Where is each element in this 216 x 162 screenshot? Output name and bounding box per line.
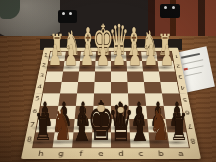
square-a8 xyxy=(167,133,189,148)
square-b2 xyxy=(142,61,159,71)
chess-board: 1122334455667788hgfedcba xyxy=(21,48,201,159)
square-h1 xyxy=(49,52,66,62)
square-a2 xyxy=(158,61,175,71)
square-b7 xyxy=(147,119,167,133)
square-d3 xyxy=(111,71,127,82)
square-h4 xyxy=(43,82,62,93)
square-g2 xyxy=(63,61,80,71)
square-f7 xyxy=(73,119,92,133)
square-h7 xyxy=(36,119,57,133)
square-e3 xyxy=(95,71,111,82)
rank-label-right-7: 7 xyxy=(186,123,194,128)
square-e5 xyxy=(93,93,111,105)
square-c1 xyxy=(126,52,142,62)
square-h6 xyxy=(38,106,58,119)
square-f1 xyxy=(80,52,96,62)
square-e2 xyxy=(95,61,111,71)
square-d7 xyxy=(111,119,130,133)
rank-label-right-3: 3 xyxy=(177,74,183,78)
rank-label-left-1: 1 xyxy=(43,54,49,58)
square-a4 xyxy=(160,82,179,93)
square-d2 xyxy=(111,61,127,71)
square-d5 xyxy=(111,93,129,105)
file-label-f: f xyxy=(71,151,91,158)
file-label-d: d xyxy=(111,151,131,158)
square-c4 xyxy=(127,82,145,93)
square-b8 xyxy=(149,133,170,148)
square-e8 xyxy=(92,133,111,148)
rank-label-left-7: 7 xyxy=(28,123,36,128)
square-d4 xyxy=(111,82,128,93)
rank-label-right-5: 5 xyxy=(181,97,188,102)
square-a1 xyxy=(156,52,173,62)
file-label-g: g xyxy=(50,151,71,158)
fold-seam xyxy=(36,93,186,94)
square-g3 xyxy=(62,71,79,82)
square-h5 xyxy=(41,93,60,105)
square-f5 xyxy=(76,93,94,105)
square-e6 xyxy=(93,106,111,119)
square-c8 xyxy=(130,133,150,148)
square-c7 xyxy=(129,119,148,133)
square-f6 xyxy=(75,106,94,119)
square-g7 xyxy=(55,119,75,133)
square-d8 xyxy=(111,133,130,148)
square-f8 xyxy=(72,133,92,148)
red-chair-frame xyxy=(148,0,216,41)
square-f3 xyxy=(78,71,95,82)
rank-label-left-8: 8 xyxy=(25,137,33,143)
square-g1 xyxy=(64,52,80,62)
square-c2 xyxy=(127,61,143,71)
square-b5 xyxy=(145,93,164,105)
rank-label-left-3: 3 xyxy=(39,74,45,78)
rank-label-right-1: 1 xyxy=(173,54,179,58)
red-mark xyxy=(184,68,188,71)
square-g6 xyxy=(57,106,76,119)
square-c3 xyxy=(127,71,144,82)
square-g8 xyxy=(53,133,74,148)
square-a5 xyxy=(162,93,181,105)
square-e4 xyxy=(94,82,111,93)
square-b1 xyxy=(141,52,157,62)
square-g4 xyxy=(60,82,78,93)
square-h8 xyxy=(33,133,55,148)
file-label-e: e xyxy=(91,151,111,158)
square-a6 xyxy=(164,106,184,119)
file-label-a: a xyxy=(171,151,192,158)
square-h2 xyxy=(47,61,64,71)
rank-label-right-8: 8 xyxy=(189,137,197,143)
rank-label-left-5: 5 xyxy=(34,97,41,102)
file-label-h: h xyxy=(30,151,51,158)
square-f4 xyxy=(77,82,95,93)
square-a3 xyxy=(159,71,177,82)
clamp-icon xyxy=(58,10,77,23)
square-e7 xyxy=(92,119,111,133)
square-g5 xyxy=(58,93,77,105)
square-d6 xyxy=(111,106,129,119)
square-c6 xyxy=(129,106,148,119)
square-b4 xyxy=(144,82,162,93)
square-h3 xyxy=(45,71,63,82)
rank-label-left-4: 4 xyxy=(36,85,43,89)
file-label-c: c xyxy=(131,151,151,158)
square-a7 xyxy=(165,119,186,133)
square-b3 xyxy=(143,71,160,82)
board-squares xyxy=(32,51,190,148)
square-e1 xyxy=(95,52,111,62)
clamp-icon xyxy=(160,4,180,18)
chess-photo-scene: 1122334455667788hgfedcba ♜♞♝♚♛♝♞♜♟♟♟♟♟♟♟… xyxy=(0,0,216,162)
rank-label-right-6: 6 xyxy=(184,109,191,114)
rank-label-right-2: 2 xyxy=(175,64,181,68)
square-f2 xyxy=(79,61,95,71)
square-b6 xyxy=(146,106,165,119)
rank-label-left-2: 2 xyxy=(41,64,47,68)
square-c5 xyxy=(128,93,146,105)
file-label-b: b xyxy=(151,151,172,158)
rank-label-left-6: 6 xyxy=(31,109,38,114)
square-d1 xyxy=(111,52,127,62)
rank-label-right-4: 4 xyxy=(179,85,186,89)
